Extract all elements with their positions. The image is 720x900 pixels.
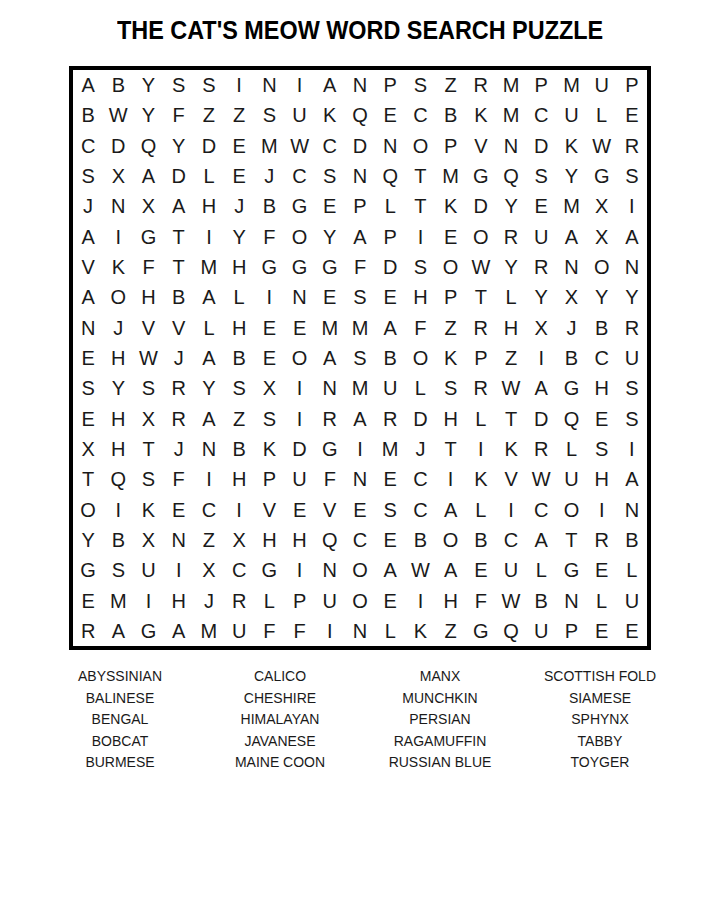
grid-cell[interactable]: S [345,282,375,312]
grid-cell[interactable]: L [254,585,284,615]
grid-cell[interactable]: Q [496,161,526,191]
grid-cell[interactable]: O [405,343,435,373]
grid-cell[interactable]: X [254,373,284,403]
grid-cell[interactable]: O [436,525,466,555]
grid-cell[interactable]: L [617,555,647,585]
grid-cell[interactable]: C [405,100,435,130]
grid-cell[interactable]: I [224,70,254,100]
grid-cell[interactable]: Z [436,313,466,343]
grid-cell[interactable]: K [103,252,133,282]
grid-cell[interactable]: V [133,313,163,343]
grid-cell[interactable]: P [375,70,405,100]
grid-cell[interactable]: Z [194,525,224,555]
grid-cell[interactable]: L [375,616,405,646]
grid-cell[interactable]: R [375,403,405,433]
grid-cell[interactable]: S [617,373,647,403]
grid-cell[interactable]: S [526,161,556,191]
grid-cell[interactable]: L [405,373,435,403]
grid-cell[interactable]: N [496,131,526,161]
grid-cell[interactable]: L [194,313,224,343]
grid-cell[interactable]: O [556,494,586,524]
grid-cell[interactable]: T [405,191,435,221]
grid-cell[interactable]: A [194,403,224,433]
grid-cell[interactable]: N [103,191,133,221]
grid-cell[interactable]: U [617,585,647,615]
grid-cell[interactable]: P [556,616,586,646]
grid-cell[interactable]: G [466,161,496,191]
grid-cell[interactable]: R [224,585,254,615]
grid-cell[interactable]: S [375,494,405,524]
grid-cell[interactable]: S [103,555,133,585]
grid-cell[interactable]: A [526,525,556,555]
grid-cell[interactable]: I [164,555,194,585]
grid-cell[interactable]: W [405,555,435,585]
grid-cell[interactable]: O [587,252,617,282]
grid-cell[interactable]: M [254,131,284,161]
grid-cell[interactable]: E [375,282,405,312]
grid-cell[interactable]: G [133,616,163,646]
grid-cell[interactable]: M [496,70,526,100]
grid-cell[interactable]: Z [436,616,466,646]
grid-cell[interactable]: M [436,161,466,191]
grid-cell[interactable]: X [587,191,617,221]
grid-cell[interactable]: F [164,100,194,130]
grid-cell[interactable]: X [133,191,163,221]
grid-cell[interactable]: X [224,525,254,555]
grid-cell[interactable]: H [224,313,254,343]
grid-cell[interactable]: B [617,525,647,555]
grid-cell[interactable]: S [254,100,284,130]
grid-cell[interactable]: H [436,403,466,433]
grid-cell[interactable]: Y [587,282,617,312]
grid-cell[interactable]: F [164,464,194,494]
grid-cell[interactable]: C [224,555,254,585]
grid-cell[interactable]: N [617,252,647,282]
grid-cell[interactable]: T [133,434,163,464]
grid-cell[interactable]: O [345,555,375,585]
grid-cell[interactable]: S [133,373,163,403]
grid-cell[interactable]: S [194,70,224,100]
grid-cell[interactable]: S [315,161,345,191]
grid-cell[interactable]: D [526,403,556,433]
grid-cell[interactable]: S [224,373,254,403]
grid-cell[interactable]: E [73,585,103,615]
grid-cell[interactable]: E [466,555,496,585]
grid-cell[interactable]: Q [315,525,345,555]
grid-cell[interactable]: R [526,434,556,464]
grid-cell[interactable]: E [375,100,405,130]
grid-cell[interactable]: I [194,464,224,494]
grid-cell[interactable]: N [194,434,224,464]
grid-cell[interactable]: H [254,525,284,555]
grid-cell[interactable]: H [436,585,466,615]
grid-cell[interactable]: O [284,222,314,252]
grid-cell[interactable]: C [526,100,556,130]
grid-cell[interactable]: Y [617,282,647,312]
grid-cell[interactable]: A [164,616,194,646]
grid-cell[interactable]: K [315,100,345,130]
grid-cell[interactable]: L [466,494,496,524]
grid-cell[interactable]: I [436,464,466,494]
grid-cell[interactable]: I [315,616,345,646]
grid-cell[interactable]: Q [103,464,133,494]
grid-cell[interactable]: D [194,131,224,161]
grid-cell[interactable]: R [526,252,556,282]
grid-cell[interactable]: P [617,70,647,100]
grid-cell[interactable]: C [405,464,435,494]
grid-cell[interactable]: G [315,434,345,464]
grid-cell[interactable]: M [375,434,405,464]
grid-cell[interactable]: J [103,313,133,343]
grid-cell[interactable]: C [345,525,375,555]
grid-cell[interactable]: C [496,525,526,555]
grid-cell[interactable]: I [345,434,375,464]
grid-cell[interactable]: Z [224,100,254,130]
grid-cell[interactable]: I [133,585,163,615]
grid-cell[interactable]: N [345,161,375,191]
grid-cell[interactable]: N [284,282,314,312]
grid-cell[interactable]: A [617,222,647,252]
grid-cell[interactable]: C [194,494,224,524]
grid-cell[interactable]: N [164,525,194,555]
grid-cell[interactable]: H [133,282,163,312]
grid-cell[interactable]: S [405,70,435,100]
grid-cell[interactable]: K [133,494,163,524]
grid-cell[interactable]: D [466,191,496,221]
grid-cell[interactable]: V [315,494,345,524]
grid-cell[interactable]: T [164,222,194,252]
grid-cell[interactable]: Q [345,100,375,130]
grid-cell[interactable]: A [194,282,224,312]
grid-cell[interactable]: Y [133,100,163,130]
grid-cell[interactable]: N [375,131,405,161]
grid-cell[interactable]: F [345,252,375,282]
grid-cell[interactable]: J [254,161,284,191]
grid-cell[interactable]: S [254,403,284,433]
grid-cell[interactable]: H [224,464,254,494]
grid-cell[interactable]: F [254,222,284,252]
grid-cell[interactable]: Q [556,403,586,433]
grid-cell[interactable]: H [224,252,254,282]
grid-cell[interactable]: D [526,131,556,161]
grid-cell[interactable]: M [556,70,586,100]
grid-cell[interactable]: Q [375,161,405,191]
grid-cell[interactable]: D [284,434,314,464]
grid-cell[interactable]: Z [194,100,224,130]
grid-cell[interactable]: S [617,403,647,433]
grid-cell[interactable]: V [164,313,194,343]
grid-cell[interactable]: M [194,616,224,646]
grid-cell[interactable]: E [284,313,314,343]
grid-cell[interactable]: E [587,403,617,433]
grid-cell[interactable]: E [345,494,375,524]
grid-cell[interactable]: P [466,343,496,373]
grid-cell[interactable]: G [587,161,617,191]
grid-cell[interactable]: E [315,191,345,221]
grid-cell[interactable]: L [194,161,224,191]
grid-cell[interactable]: U [556,100,586,130]
grid-cell[interactable]: R [617,313,647,343]
grid-cell[interactable]: I [526,343,556,373]
grid-cell[interactable]: S [164,70,194,100]
grid-cell[interactable]: E [254,343,284,373]
grid-cell[interactable]: A [133,161,163,191]
grid-cell[interactable]: L [587,585,617,615]
grid-cell[interactable]: X [556,282,586,312]
grid-cell[interactable]: R [466,70,496,100]
grid-cell[interactable]: A [164,191,194,221]
grid-cell[interactable]: K [436,343,466,373]
grid-cell[interactable]: U [526,222,556,252]
grid-cell[interactable]: B [103,525,133,555]
grid-cell[interactable]: P [526,70,556,100]
grid-cell[interactable]: A [345,222,375,252]
grid-cell[interactable]: J [164,434,194,464]
grid-cell[interactable]: N [345,70,375,100]
grid-cell[interactable]: V [254,494,284,524]
grid-cell[interactable]: N [345,464,375,494]
grid-cell[interactable]: X [133,403,163,433]
grid-cell[interactable]: Y [496,191,526,221]
grid-cell[interactable]: E [73,403,103,433]
grid-cell[interactable]: I [587,494,617,524]
grid-cell[interactable]: A [436,494,466,524]
grid-cell[interactable]: I [254,282,284,312]
grid-cell[interactable]: E [284,494,314,524]
grid-cell[interactable]: U [617,343,647,373]
grid-cell[interactable]: T [556,525,586,555]
grid-cell[interactable]: W [587,131,617,161]
grid-cell[interactable]: L [526,555,556,585]
grid-cell[interactable]: D [345,131,375,161]
grid-cell[interactable]: U [133,555,163,585]
grid-cell[interactable]: P [436,282,466,312]
grid-cell[interactable]: A [73,70,103,100]
grid-cell[interactable]: B [526,585,556,615]
grid-cell[interactable]: X [103,161,133,191]
grid-cell[interactable]: B [73,100,103,130]
grid-cell[interactable]: U [375,373,405,403]
grid-cell[interactable]: A [556,222,586,252]
grid-cell[interactable]: E [164,494,194,524]
grid-cell[interactable]: B [405,525,435,555]
grid-cell[interactable]: A [73,222,103,252]
grid-cell[interactable]: I [466,434,496,464]
grid-cell[interactable]: W [496,373,526,403]
grid-cell[interactable]: H [103,403,133,433]
grid-cell[interactable]: A [375,313,405,343]
grid-cell[interactable]: G [556,373,586,403]
grid-cell[interactable]: G [133,222,163,252]
grid-cell[interactable]: L [556,434,586,464]
grid-cell[interactable]: R [617,131,647,161]
grid-cell[interactable]: E [375,464,405,494]
grid-cell[interactable]: S [436,373,466,403]
grid-cell[interactable]: I [617,434,647,464]
grid-cell[interactable]: K [254,434,284,464]
grid-cell[interactable]: H [405,282,435,312]
grid-cell[interactable]: Y [496,252,526,282]
grid-cell[interactable]: T [466,282,496,312]
grid-cell[interactable]: Y [315,222,345,252]
grid-cell[interactable]: F [254,616,284,646]
grid-cell[interactable]: Z [436,70,466,100]
grid-cell[interactable]: S [133,464,163,494]
grid-cell[interactable]: I [405,222,435,252]
grid-cell[interactable]: K [466,100,496,130]
grid-cell[interactable]: L [587,100,617,130]
grid-cell[interactable]: V [466,131,496,161]
grid-cell[interactable]: G [284,191,314,221]
grid-cell[interactable]: F [405,313,435,343]
grid-cell[interactable]: B [224,343,254,373]
grid-cell[interactable]: M [345,373,375,403]
grid-cell[interactable]: S [587,434,617,464]
grid-cell[interactable]: I [284,70,314,100]
grid-cell[interactable]: O [466,222,496,252]
grid-cell[interactable]: A [194,343,224,373]
grid-cell[interactable]: T [405,161,435,191]
grid-cell[interactable]: A [436,555,466,585]
grid-cell[interactable]: C [73,131,103,161]
grid-cell[interactable]: E [315,282,345,312]
grid-cell[interactable]: O [73,494,103,524]
grid-cell[interactable]: F [315,464,345,494]
grid-cell[interactable]: W [496,585,526,615]
grid-cell[interactable]: R [164,373,194,403]
grid-cell[interactable]: R [587,525,617,555]
grid-cell[interactable]: C [315,131,345,161]
grid-cell[interactable]: X [194,555,224,585]
grid-cell[interactable]: R [496,222,526,252]
grid-cell[interactable]: I [284,373,314,403]
grid-cell[interactable]: K [556,131,586,161]
grid-cell[interactable]: N [254,70,284,100]
grid-cell[interactable]: O [284,343,314,373]
grid-cell[interactable]: E [73,343,103,373]
grid-cell[interactable]: R [466,373,496,403]
grid-cell[interactable]: R [73,616,103,646]
grid-cell[interactable]: C [526,494,556,524]
grid-cell[interactable]: R [164,403,194,433]
grid-cell[interactable]: E [375,525,405,555]
grid-cell[interactable]: R [315,403,345,433]
grid-cell[interactable]: I [224,494,254,524]
grid-cell[interactable]: E [375,585,405,615]
grid-cell[interactable]: Y [73,525,103,555]
grid-cell[interactable]: U [496,555,526,585]
grid-cell[interactable]: E [254,313,284,343]
grid-cell[interactable]: S [345,343,375,373]
grid-cell[interactable]: G [315,252,345,282]
grid-cell[interactable]: P [254,464,284,494]
grid-cell[interactable]: T [164,252,194,282]
grid-cell[interactable]: L [224,282,254,312]
grid-cell[interactable]: P [436,131,466,161]
grid-cell[interactable]: J [405,434,435,464]
grid-cell[interactable]: B [436,100,466,130]
grid-cell[interactable]: P [375,222,405,252]
grid-cell[interactable]: D [164,161,194,191]
grid-cell[interactable]: F [133,252,163,282]
grid-cell[interactable]: I [103,222,133,252]
grid-cell[interactable]: R [466,313,496,343]
grid-cell[interactable]: G [466,616,496,646]
grid-cell[interactable]: T [496,403,526,433]
grid-cell[interactable]: T [436,434,466,464]
grid-cell[interactable]: E [436,222,466,252]
grid-cell[interactable]: D [375,252,405,282]
grid-cell[interactable]: S [617,161,647,191]
grid-cell[interactable]: L [496,282,526,312]
grid-cell[interactable]: G [556,555,586,585]
grid-cell[interactable]: W [466,252,496,282]
grid-cell[interactable]: A [103,616,133,646]
grid-cell[interactable]: I [405,585,435,615]
grid-cell[interactable]: N [345,616,375,646]
grid-cell[interactable]: E [617,100,647,130]
grid-cell[interactable]: K [496,434,526,464]
grid-cell[interactable]: V [73,252,103,282]
grid-cell[interactable]: X [526,313,556,343]
grid-cell[interactable]: H [194,191,224,221]
grid-cell[interactable]: K [466,464,496,494]
grid-cell[interactable]: M [315,313,345,343]
grid-cell[interactable]: B [254,191,284,221]
grid-cell[interactable]: O [103,282,133,312]
grid-cell[interactable]: M [345,313,375,343]
grid-cell[interactable]: A [345,403,375,433]
grid-cell[interactable]: P [284,585,314,615]
grid-cell[interactable]: Y [526,282,556,312]
grid-cell[interactable]: A [315,343,345,373]
grid-cell[interactable]: F [466,585,496,615]
grid-cell[interactable]: U [284,464,314,494]
grid-cell[interactable]: I [496,494,526,524]
grid-cell[interactable]: E [224,131,254,161]
grid-cell[interactable]: I [194,222,224,252]
grid-cell[interactable]: X [133,525,163,555]
grid-cell[interactable]: I [284,555,314,585]
grid-cell[interactable]: N [315,373,345,403]
grid-cell[interactable]: E [617,616,647,646]
grid-cell[interactable]: H [164,585,194,615]
grid-cell[interactable]: Y [556,161,586,191]
grid-cell[interactable]: Y [194,373,224,403]
grid-cell[interactable]: Y [103,373,133,403]
grid-cell[interactable]: J [73,191,103,221]
grid-cell[interactable]: D [405,403,435,433]
grid-cell[interactable]: E [224,161,254,191]
grid-cell[interactable]: M [496,100,526,130]
grid-cell[interactable]: B [103,70,133,100]
grid-cell[interactable]: E [587,616,617,646]
grid-cell[interactable]: M [194,252,224,282]
grid-cell[interactable]: K [405,616,435,646]
grid-cell[interactable]: C [587,343,617,373]
grid-cell[interactable]: A [315,70,345,100]
grid-cell[interactable]: H [587,373,617,403]
grid-cell[interactable]: W [526,464,556,494]
grid-cell[interactable]: M [103,585,133,615]
grid-cell[interactable]: B [375,343,405,373]
grid-cell[interactable]: S [73,373,103,403]
grid-cell[interactable]: U [526,616,556,646]
grid-cell[interactable]: Y [224,222,254,252]
grid-cell[interactable]: C [405,494,435,524]
grid-cell[interactable]: W [284,131,314,161]
grid-cell[interactable]: Y [133,70,163,100]
